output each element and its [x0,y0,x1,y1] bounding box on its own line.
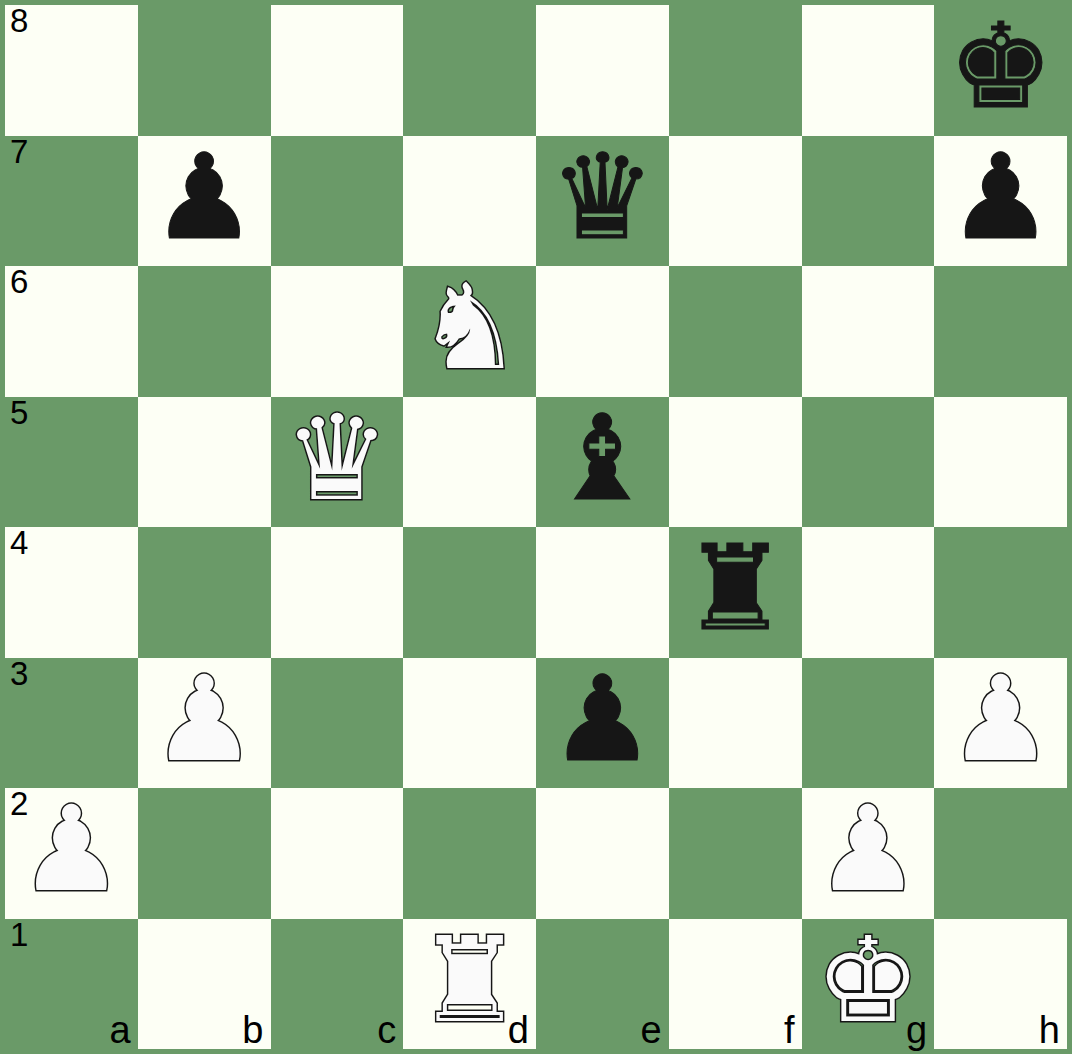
white-rook[interactable]: ♜ [417,921,523,1039]
square-a8[interactable]: 8 [5,5,138,136]
file-label-f: f [784,1010,795,1052]
square-a5[interactable]: 5 [5,397,138,528]
square-f3[interactable] [669,658,802,789]
square-g2[interactable]: ♟ [802,788,935,919]
black-pawn[interactable]: ♟ [948,138,1054,256]
white-pawn[interactable]: ♟ [815,790,921,908]
square-h3[interactable]: ♟ [934,658,1067,789]
square-g8[interactable] [802,5,935,136]
square-h7[interactable]: ♟ [934,136,1067,267]
square-d3[interactable] [403,658,536,789]
square-a3[interactable]: 3 [5,658,138,789]
square-g6[interactable] [802,266,935,397]
square-d8[interactable] [403,5,536,136]
square-a4[interactable]: 4 [5,527,138,658]
square-c2[interactable] [271,788,404,919]
chess-board-grid: 8♚7♟♛♟6♞5♛♝4♜3♟♟♟2♟♟1abcd♜efg♚h [5,5,1067,1049]
rank-label-3: 3 [10,656,28,692]
square-c8[interactable] [271,5,404,136]
square-c1[interactable]: c [271,919,404,1050]
square-g1[interactable]: g♚ [802,919,935,1050]
chess-board: 8♚7♟♛♟6♞5♛♝4♜3♟♟♟2♟♟1abcd♜efg♚h [0,0,1072,1054]
square-e7[interactable]: ♛ [536,136,669,267]
white-knight[interactable]: ♞ [417,268,523,386]
square-a2[interactable]: 2♟ [5,788,138,919]
square-d5[interactable] [403,397,536,528]
white-pawn[interactable]: ♟ [18,790,124,908]
square-b4[interactable] [138,527,271,658]
square-d7[interactable] [403,136,536,267]
black-king[interactable]: ♚ [948,7,1054,125]
square-b3[interactable]: ♟ [138,658,271,789]
black-pawn[interactable]: ♟ [151,138,257,256]
file-label-h: h [1039,1010,1060,1052]
square-e8[interactable] [536,5,669,136]
white-pawn[interactable]: ♟ [151,660,257,778]
square-h2[interactable] [934,788,1067,919]
file-label-b: b [242,1010,263,1052]
rank-label-6: 6 [10,264,28,300]
square-g4[interactable] [802,527,935,658]
square-e3[interactable]: ♟ [536,658,669,789]
square-a7[interactable]: 7 [5,136,138,267]
rank-label-1: 1 [10,917,28,953]
square-e5[interactable]: ♝ [536,397,669,528]
square-b2[interactable] [138,788,271,919]
white-queen[interactable]: ♛ [284,399,390,517]
white-king[interactable]: ♚ [815,921,921,1039]
square-e1[interactable]: e [536,919,669,1050]
square-g3[interactable] [802,658,935,789]
square-b6[interactable] [138,266,271,397]
square-f8[interactable] [669,5,802,136]
square-h5[interactable] [934,397,1067,528]
square-a6[interactable]: 6 [5,266,138,397]
square-g7[interactable] [802,136,935,267]
file-label-c: c [377,1010,396,1052]
square-b8[interactable] [138,5,271,136]
black-bishop[interactable]: ♝ [549,399,655,517]
square-c7[interactable] [271,136,404,267]
black-rook[interactable]: ♜ [682,529,788,647]
square-h1[interactable]: h [934,919,1067,1050]
square-e6[interactable] [536,266,669,397]
rank-label-4: 4 [10,525,28,561]
square-b7[interactable]: ♟ [138,136,271,267]
square-d6[interactable]: ♞ [403,266,536,397]
square-h8[interactable]: ♚ [934,5,1067,136]
square-h4[interactable] [934,527,1067,658]
file-label-e: e [641,1010,662,1052]
square-f2[interactable] [669,788,802,919]
square-b5[interactable] [138,397,271,528]
square-f1[interactable]: f [669,919,802,1050]
square-e4[interactable] [536,527,669,658]
rank-label-5: 5 [10,395,28,431]
square-f4[interactable]: ♜ [669,527,802,658]
black-pawn[interactable]: ♟ [549,660,655,778]
square-d1[interactable]: d♜ [403,919,536,1050]
rank-label-8: 8 [10,3,28,39]
black-queen[interactable]: ♛ [549,138,655,256]
rank-label-7: 7 [10,134,28,170]
square-b1[interactable]: b [138,919,271,1050]
square-f6[interactable] [669,266,802,397]
square-c5[interactable]: ♛ [271,397,404,528]
white-pawn[interactable]: ♟ [948,660,1054,778]
square-c6[interactable] [271,266,404,397]
square-f7[interactable] [669,136,802,267]
square-g5[interactable] [802,397,935,528]
square-c4[interactable] [271,527,404,658]
square-h6[interactable] [934,266,1067,397]
square-d2[interactable] [403,788,536,919]
square-a1[interactable]: 1a [5,919,138,1050]
square-c3[interactable] [271,658,404,789]
square-f5[interactable] [669,397,802,528]
square-d4[interactable] [403,527,536,658]
square-e2[interactable] [536,788,669,919]
file-label-a: a [110,1010,131,1052]
